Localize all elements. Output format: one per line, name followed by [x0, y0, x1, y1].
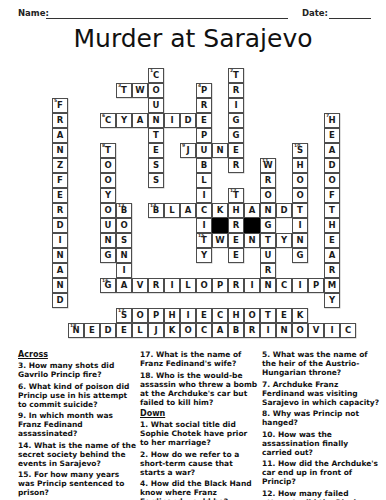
- grid-cell[interactable]: E: [228, 233, 244, 248]
- grid-cell[interactable]: R: [228, 278, 244, 293]
- cell-letter: S: [153, 161, 159, 170]
- grid-cell[interactable]: N: [116, 248, 132, 263]
- grid-cell[interactable]: I: [52, 233, 68, 248]
- clue-item-number: 3.: [18, 361, 29, 370]
- grid-cell[interactable]: D: [52, 293, 68, 308]
- cell-letter: O: [104, 206, 111, 215]
- grid-cell[interactable]: N: [52, 143, 68, 158]
- grid-cell[interactable]: N: [260, 203, 276, 218]
- grid-cell[interactable]: T: [148, 128, 164, 143]
- cell-letter: S: [121, 236, 127, 245]
- grid-cell[interactable]: I: [196, 188, 212, 203]
- grid-cell[interactable]: L: [132, 323, 148, 338]
- cell-letter: O: [296, 191, 303, 200]
- cell-letter: F: [57, 176, 63, 185]
- grid-cell[interactable]: A: [244, 203, 260, 218]
- cell-letter: E: [153, 146, 159, 155]
- name-label: Name:: [18, 8, 49, 18]
- grid-cell[interactable]: P: [196, 128, 212, 143]
- grid-cell[interactable]: R: [260, 263, 276, 278]
- grid-cell[interactable]: K: [292, 308, 308, 323]
- across-heading: Across: [18, 350, 136, 359]
- cell-letter: O: [264, 191, 271, 200]
- cell-letter: Y: [105, 191, 111, 200]
- cell-letter: I: [266, 326, 269, 335]
- cell-letter: L: [201, 176, 206, 185]
- cell-letter: D: [56, 296, 63, 305]
- cell-letter: N: [264, 206, 271, 215]
- grid-cell[interactable]: E: [52, 188, 68, 203]
- grid-cell[interactable]: O: [292, 323, 308, 338]
- clue-item: 12. How many failed attempts did the Bla…: [262, 489, 380, 500]
- grid-cell[interactable]: G: [228, 113, 244, 128]
- grid-cell[interactable]: Y: [100, 188, 116, 203]
- grid-cell[interactable]: K: [212, 203, 228, 218]
- clue-number: 17: [118, 309, 124, 314]
- cell-letter: B: [201, 161, 207, 170]
- cell-letter: E: [329, 131, 335, 140]
- clue-number: 5: [54, 99, 57, 104]
- grid-cell[interactable]: O: [244, 308, 260, 323]
- cell-letter: A: [217, 326, 224, 335]
- cell-letter: T: [153, 131, 159, 140]
- grid-cell[interactable]: O: [132, 308, 148, 323]
- down-heading: Down: [140, 409, 258, 418]
- grid-cell[interactable]: C: [212, 308, 228, 323]
- grid-cell[interactable]: C: [196, 323, 212, 338]
- clue-item: 18. Who is the would-be assassin who thr…: [140, 371, 258, 407]
- cell-letter: N: [56, 251, 63, 260]
- down-clues-list: 1. What social title did Sophie Chotek h…: [140, 420, 258, 500]
- grid-cell[interactable]: D: [52, 218, 68, 233]
- grid-cell[interactable]: 3T: [116, 83, 132, 98]
- clue-item: 17. What is the name of Franz Fedinand's…: [140, 350, 258, 368]
- cell-letter: V: [137, 281, 144, 290]
- grid-cell[interactable]: E: [196, 113, 212, 128]
- grid-cell[interactable]: C: [276, 278, 292, 293]
- clues-column-middle: 17. What is the name of Franz Fedinand's…: [140, 350, 258, 500]
- cell-letter: R: [233, 161, 240, 170]
- grid-cell[interactable]: A: [324, 143, 340, 158]
- grid-cell[interactable]: I: [260, 323, 276, 338]
- cell-letter: R: [57, 116, 64, 125]
- cell-letter: U: [265, 251, 272, 260]
- grid-cell[interactable]: E: [324, 233, 340, 248]
- cell-letter: R: [329, 266, 336, 275]
- cell-letter: R: [233, 86, 240, 95]
- grid-cell[interactable]: 5F: [52, 98, 68, 113]
- cell-letter: A: [57, 266, 64, 275]
- date-blank-line[interactable]: [329, 10, 371, 19]
- grid-cell[interactable]: Y: [276, 233, 292, 248]
- cell-letter: W: [135, 86, 144, 95]
- cell-letter: Y: [121, 116, 127, 125]
- grid-cell[interactable]: A: [212, 323, 228, 338]
- grid-cell[interactable]: W: [212, 233, 228, 248]
- cell-letter: Y: [201, 251, 207, 260]
- clue-item: 1. What social title did Sophie Chotek h…: [140, 420, 258, 447]
- clue-number: 7: [326, 114, 329, 119]
- grid-cell[interactable]: S: [148, 158, 164, 173]
- grid-cell[interactable]: N: [292, 233, 308, 248]
- black-cell: [212, 218, 228, 233]
- cell-letter: P: [313, 281, 319, 290]
- grid-cell[interactable]: D: [324, 158, 340, 173]
- clue-number: 9: [182, 144, 185, 149]
- grid-cell[interactable]: V: [132, 278, 148, 293]
- grid-cell[interactable]: I: [164, 113, 180, 128]
- clue-number: 1: [150, 69, 153, 74]
- grid-cell[interactable]: N: [260, 278, 276, 293]
- grid-cell[interactable]: C: [196, 203, 212, 218]
- grid-cell[interactable]: E: [276, 308, 292, 323]
- grid-cell[interactable]: I: [244, 278, 260, 293]
- grid-cell[interactable]: D: [180, 113, 196, 128]
- cell-letter: E: [329, 236, 335, 245]
- cell-letter: L: [137, 326, 142, 335]
- grid-cell[interactable]: B: [228, 323, 244, 338]
- grid-cell[interactable]: Y: [116, 113, 132, 128]
- grid-cell[interactable]: I: [196, 218, 212, 233]
- grid-cell[interactable]: O: [100, 158, 116, 173]
- cell-letter: M: [328, 281, 336, 290]
- clue-number: 8: [102, 144, 105, 149]
- clue-item-number: 12.: [262, 489, 278, 498]
- grid-cell[interactable]: P: [308, 278, 324, 293]
- cell-letter: O: [104, 176, 111, 185]
- grid-cell[interactable]: S: [148, 173, 164, 188]
- grid-cell[interactable]: U: [100, 218, 116, 233]
- grid-cell[interactable]: R: [324, 263, 340, 278]
- grid-cell[interactable]: H: [164, 308, 180, 323]
- cell-letter: O: [136, 311, 143, 320]
- grid-cell[interactable]: 9J: [180, 143, 196, 158]
- grid-cell[interactable]: V: [308, 323, 324, 338]
- cell-letter: H: [328, 221, 335, 230]
- cell-letter: N: [264, 281, 271, 290]
- cell-letter: O: [248, 311, 255, 320]
- grid-cell[interactable]: F: [52, 173, 68, 188]
- cell-letter: I: [122, 266, 125, 275]
- grid-cell[interactable]: 10S: [292, 143, 308, 158]
- cell-letter: A: [249, 206, 256, 215]
- clue-number: 15: [198, 234, 204, 239]
- grid-cell[interactable]: D: [276, 203, 292, 218]
- grid-cell[interactable]: M: [324, 278, 340, 293]
- cell-letter: U: [201, 146, 208, 155]
- grid-cell[interactable]: I: [180, 308, 196, 323]
- grid-cell[interactable]: N: [212, 143, 228, 158]
- grid-cell[interactable]: B: [196, 158, 212, 173]
- grid-cell[interactable]: R: [244, 323, 260, 338]
- cell-letter: U: [105, 221, 112, 230]
- cell-letter: C: [201, 326, 207, 335]
- grid-cell[interactable]: E: [196, 308, 212, 323]
- grid-cell[interactable]: E: [228, 143, 244, 158]
- grid-cell[interactable]: 16G: [100, 278, 116, 293]
- cell-letter: A: [185, 206, 192, 215]
- grid-cell[interactable]: U: [148, 98, 164, 113]
- grid-cell[interactable]: H: [324, 218, 340, 233]
- cell-letter: G: [233, 116, 240, 125]
- crossword-grid: 1C2T3TWO4PR5FURIR6CYANIDEG7HATPGEN8TE9JU…: [52, 68, 356, 338]
- cell-letter: N: [56, 146, 63, 155]
- grid-cell[interactable]: O: [196, 278, 212, 293]
- grid-cell[interactable]: E: [116, 323, 132, 338]
- grid-cell[interactable]: N: [244, 233, 260, 248]
- cell-letter: I: [202, 191, 205, 200]
- down-clues-list-continued: 5. What was the name of the heir of the …: [262, 350, 380, 500]
- cell-letter: T: [105, 146, 111, 155]
- cell-letter: E: [121, 326, 127, 335]
- grid-cell[interactable]: 18N: [68, 323, 84, 338]
- clue-number: 12: [230, 189, 236, 194]
- clue-number: 14: [150, 204, 156, 209]
- cell-letter: C: [105, 116, 111, 125]
- grid-cell[interactable]: I: [116, 263, 132, 278]
- cell-letter: N: [216, 146, 223, 155]
- cell-letter: O: [296, 176, 303, 185]
- grid-cell[interactable]: G: [260, 218, 276, 233]
- cell-letter: I: [330, 326, 333, 335]
- cell-letter: I: [298, 221, 301, 230]
- grid-cell[interactable]: O: [260, 188, 276, 203]
- clue-item: 4. How did the Black Hand know where Fra…: [140, 479, 258, 500]
- grid-cell[interactable]: A: [324, 248, 340, 263]
- cell-letter: I: [186, 311, 189, 320]
- cell-letter: W: [215, 236, 224, 245]
- cell-letter: O: [104, 161, 111, 170]
- grid-cell[interactable]: E: [84, 323, 100, 338]
- grid-cell[interactable]: N: [148, 113, 164, 128]
- cell-letter: A: [57, 131, 64, 140]
- grid-cell[interactable]: U: [260, 248, 276, 263]
- cell-letter: D: [104, 326, 111, 335]
- grid-cell[interactable]: 8T: [100, 143, 116, 158]
- cell-letter: B: [233, 326, 239, 335]
- grid-cell[interactable]: F: [324, 188, 340, 203]
- cell-letter: H: [168, 311, 175, 320]
- cell-letter: R: [265, 176, 272, 185]
- grid-cell[interactable]: I: [292, 278, 308, 293]
- cell-letter: T: [265, 311, 271, 320]
- cell-letter: G: [297, 251, 304, 260]
- cell-letter: H: [232, 311, 239, 320]
- grid-cell[interactable]: O: [116, 218, 132, 233]
- cell-letter: R: [233, 281, 240, 290]
- grid-cell[interactable]: 4P: [196, 83, 212, 98]
- grid-cell[interactable]: R: [196, 98, 212, 113]
- grid-cell[interactable]: 15T: [196, 233, 212, 248]
- cell-letter: N: [120, 251, 127, 260]
- grid-cell[interactable]: G: [100, 248, 116, 263]
- clue-item: 6. What kind of poison did Princip use i…: [18, 382, 136, 409]
- grid-cell[interactable]: P: [148, 308, 164, 323]
- grid-cell[interactable]: Z: [52, 158, 68, 173]
- grid-cell[interactable]: 11W: [260, 158, 276, 173]
- cell-letter: Y: [281, 236, 287, 245]
- grid-cell[interactable]: O: [100, 173, 116, 188]
- cell-letter: E: [233, 251, 239, 260]
- cell-letter: A: [121, 281, 128, 290]
- grid-cell[interactable]: L: [164, 203, 180, 218]
- cell-letter: T: [265, 236, 271, 245]
- grid-cell[interactable]: R: [148, 278, 164, 293]
- grid-cell[interactable]: T: [260, 308, 276, 323]
- cell-letter: C: [345, 326, 351, 335]
- cell-letter: P: [201, 131, 207, 140]
- clue-item-number: 4.: [140, 479, 151, 488]
- grid-cell[interactable]: A: [180, 203, 196, 218]
- grid-cell[interactable]: I: [228, 98, 244, 113]
- grid-cell[interactable]: 2T: [228, 68, 244, 83]
- grid-cell[interactable]: H: [228, 308, 244, 323]
- grid-cell[interactable]: E: [324, 128, 340, 143]
- clue-item: 15. For how many years was Princip sente…: [18, 470, 136, 497]
- grid-cell[interactable]: N: [52, 278, 68, 293]
- grid-cell[interactable]: R: [228, 158, 244, 173]
- cell-letter: A: [329, 251, 336, 260]
- grid-cell[interactable]: T: [324, 203, 340, 218]
- grid-cell[interactable]: P: [212, 278, 228, 293]
- grid-cell[interactable]: D: [100, 323, 116, 338]
- grid-cell[interactable]: 1C: [148, 68, 164, 83]
- black-cell: [244, 218, 260, 233]
- clue-item: 3. How many shots did Gavrilo Princip fi…: [18, 361, 136, 379]
- grid-cell[interactable]: O: [100, 203, 116, 218]
- grid-cell[interactable]: N: [52, 248, 68, 263]
- cell-letter: G: [105, 251, 112, 260]
- cell-letter: O: [328, 176, 335, 185]
- grid-cell[interactable]: R: [52, 203, 68, 218]
- grid-cell[interactable]: R: [228, 83, 244, 98]
- clue-item: 8. Why was Princip not hanged?: [262, 409, 380, 427]
- grid-cell[interactable]: Y: [324, 293, 340, 308]
- clue-item-number: 9.: [18, 411, 29, 420]
- clue-item-number: 17.: [140, 350, 156, 359]
- grid-cell[interactable]: A: [116, 278, 132, 293]
- grid-cell[interactable]: W: [132, 83, 148, 98]
- cell-letter: Z: [57, 161, 63, 170]
- clue-number: 2: [230, 69, 233, 74]
- cell-letter: U: [153, 101, 160, 110]
- cell-letter: T: [233, 71, 239, 80]
- cell-letter: E: [281, 311, 287, 320]
- grid-cell[interactable]: I: [292, 218, 308, 233]
- cell-letter: F: [329, 191, 335, 200]
- grid-cell[interactable]: O: [292, 173, 308, 188]
- cell-letter: G: [233, 131, 240, 140]
- grid-cell[interactable]: O: [148, 83, 164, 98]
- grid-cell[interactable]: E: [228, 248, 244, 263]
- clue-item-number: 5.: [262, 350, 273, 359]
- cell-letter: L: [169, 206, 174, 215]
- grid-cell[interactable]: N: [276, 323, 292, 338]
- grid-cell[interactable]: A: [132, 113, 148, 128]
- cell-letter: H: [296, 161, 303, 170]
- grid-cell[interactable]: 6C: [100, 113, 116, 128]
- cell-letter: P: [153, 311, 159, 320]
- grid-cell[interactable]: I: [324, 323, 340, 338]
- clue-item-number: 18.: [140, 371, 156, 380]
- grid-cell[interactable]: N: [100, 233, 116, 248]
- cell-letter: I: [298, 281, 301, 290]
- cell-letter: C: [217, 311, 223, 320]
- grid-cell[interactable]: G: [292, 248, 308, 263]
- grid-cell[interactable]: G: [228, 128, 244, 143]
- cell-letter: C: [153, 71, 159, 80]
- cell-letter: E: [233, 236, 239, 245]
- grid-cell[interactable]: O: [324, 173, 340, 188]
- cell-letter: I: [170, 116, 173, 125]
- grid-cell[interactable]: E: [148, 143, 164, 158]
- grid-cell[interactable]: L: [196, 173, 212, 188]
- grid-cell[interactable]: 17S: [116, 308, 132, 323]
- cell-letter: I: [234, 101, 237, 110]
- clue-item-number: 2.: [140, 450, 151, 459]
- cell-letter: N: [248, 236, 255, 245]
- clue-item: 7. Archduke Franz Ferdinand was visiting…: [262, 380, 380, 407]
- cell-letter: G: [265, 221, 272, 230]
- clue-item-number: 14.: [18, 441, 34, 450]
- grid-cell[interactable]: 13B: [116, 203, 132, 218]
- grid-cell[interactable]: 12T: [228, 188, 244, 203]
- grid-cell[interactable]: Y: [196, 248, 212, 263]
- clue-item: 9. In which month was Franz Fedinand ass…: [18, 411, 136, 438]
- grid-cell[interactable]: H: [228, 203, 244, 218]
- grid-cell[interactable]: O: [292, 188, 308, 203]
- cell-letter: L: [185, 281, 190, 290]
- grid-cell[interactable]: 14B: [148, 203, 164, 218]
- grid-cell[interactable]: L: [180, 278, 196, 293]
- grid-cell[interactable]: I: [164, 278, 180, 293]
- grid-cell[interactable]: O: [180, 323, 196, 338]
- cell-letter: J: [186, 146, 189, 155]
- cell-letter: D: [328, 161, 335, 170]
- clue-number: 18: [70, 324, 76, 329]
- cell-letter: N: [296, 236, 303, 245]
- cell-letter: N: [56, 281, 63, 290]
- grid-cell[interactable]: R: [52, 113, 68, 128]
- grid-cell[interactable]: 7H: [324, 113, 340, 128]
- cell-letter: E: [201, 116, 207, 125]
- cell-letter: N: [280, 326, 287, 335]
- clue-item-number: 7.: [262, 380, 273, 389]
- cell-letter: O: [152, 86, 159, 95]
- clue-item: 5. What was the name of the heir of the …: [262, 350, 380, 377]
- grid-cell[interactable]: C: [340, 323, 356, 338]
- name-blank-line[interactable]: [46, 10, 288, 19]
- grid-cell[interactable]: S: [116, 233, 132, 248]
- clue-number: 16: [102, 279, 108, 284]
- grid-cell[interactable]: A: [52, 263, 68, 278]
- grid-cell[interactable]: T: [292, 203, 308, 218]
- cell-letter: C: [201, 206, 207, 215]
- grid-cell[interactable]: A: [52, 128, 68, 143]
- cell-letter: F: [57, 101, 63, 110]
- grid-cell[interactable]: J: [148, 323, 164, 338]
- grid-cell[interactable]: U: [196, 143, 212, 158]
- grid-cell[interactable]: R: [260, 173, 276, 188]
- cell-letter: V: [313, 326, 320, 335]
- cell-letter: E: [57, 191, 63, 200]
- grid-cell[interactable]: T: [260, 233, 276, 248]
- grid-cell[interactable]: R: [228, 218, 244, 233]
- grid-cell[interactable]: K: [164, 323, 180, 338]
- grid-cell[interactable]: H: [292, 158, 308, 173]
- crossword-worksheet-page: { "game": "crossword", "title": "Murder …: [0, 0, 386, 500]
- cell-letter: R: [57, 206, 64, 215]
